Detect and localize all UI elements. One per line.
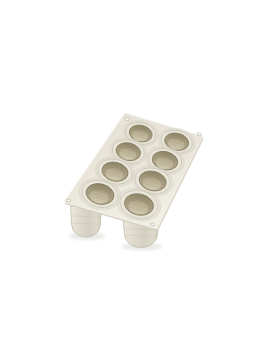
product-photo-canvas (0, 0, 270, 351)
silicone-mold-photo (0, 0, 270, 351)
